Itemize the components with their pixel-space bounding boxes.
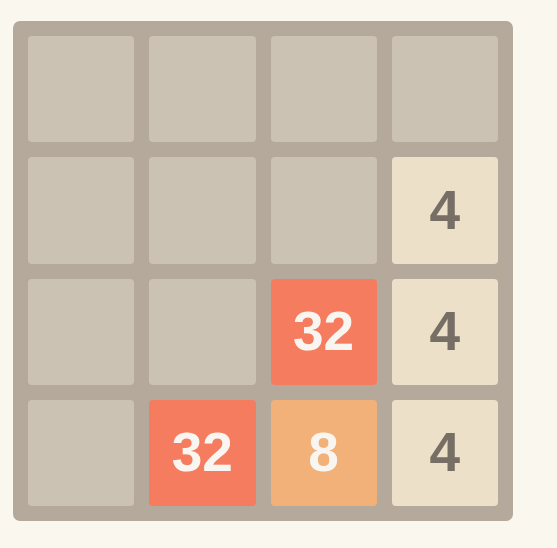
cell-r4c1 <box>28 400 134 506</box>
cell-r4c4: 4 <box>392 400 498 506</box>
cell-r3c1 <box>28 279 134 385</box>
cell-r3c4: 4 <box>392 279 498 385</box>
cell-r2c4: 4 <box>392 157 498 263</box>
cell-r4c2: 32 <box>149 400 255 506</box>
cell-r1c3 <box>271 36 377 142</box>
cell-r1c1 <box>28 36 134 142</box>
cell-r2c2 <box>149 157 255 263</box>
cell-r1c4 <box>392 36 498 142</box>
cell-r3c3: 32 <box>271 279 377 385</box>
cell-r3c2 <box>149 279 255 385</box>
cell-r2c1 <box>28 157 134 263</box>
cell-r1c2 <box>149 36 255 142</box>
cell-r4c3: 8 <box>271 400 377 506</box>
game-board-2048[interactable]: 4 32 4 32 8 4 <box>13 21 513 521</box>
cell-r2c3 <box>271 157 377 263</box>
